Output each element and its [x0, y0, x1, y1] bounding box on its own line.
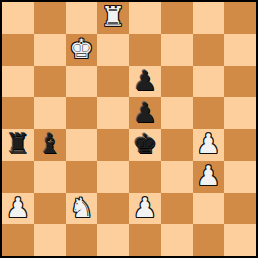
square-c3[interactable] [66, 161, 98, 193]
square-g6[interactable] [193, 66, 225, 98]
square-b3[interactable] [34, 161, 66, 193]
square-c8[interactable] [66, 2, 98, 34]
piece-black-bishop[interactable]: ♝ [38, 130, 62, 157]
chess-board: ♜♚♟♟♜♝♚♟♟♟♞♟ [2, 2, 256, 256]
square-f5[interactable] [161, 97, 193, 129]
square-a8[interactable] [2, 2, 34, 34]
square-h5[interactable] [224, 97, 256, 129]
square-b8[interactable] [34, 2, 66, 34]
square-h1[interactable] [224, 224, 256, 256]
square-e7[interactable] [129, 34, 161, 66]
square-c5[interactable] [66, 97, 98, 129]
square-c4[interactable] [66, 129, 98, 161]
square-b2[interactable] [34, 193, 66, 225]
square-f6[interactable] [161, 66, 193, 98]
square-c6[interactable] [66, 66, 98, 98]
square-e8[interactable] [129, 2, 161, 34]
square-d4[interactable] [97, 129, 129, 161]
piece-white-pawn[interactable]: ♟ [133, 194, 157, 221]
square-c2[interactable]: ♞ [66, 193, 98, 225]
square-h8[interactable] [224, 2, 256, 34]
square-d6[interactable] [97, 66, 129, 98]
square-f1[interactable] [161, 224, 193, 256]
square-a5[interactable] [2, 97, 34, 129]
square-h3[interactable] [224, 161, 256, 193]
square-h6[interactable] [224, 66, 256, 98]
square-c7[interactable]: ♚ [66, 34, 98, 66]
piece-white-pawn[interactable]: ♟ [196, 162, 220, 189]
square-f3[interactable] [161, 161, 193, 193]
square-g7[interactable] [193, 34, 225, 66]
square-a4[interactable]: ♜ [2, 129, 34, 161]
chess-board-frame: ♜♚♟♟♜♝♚♟♟♟♞♟ [0, 0, 258, 258]
square-b5[interactable] [34, 97, 66, 129]
piece-white-rook[interactable]: ♜ [101, 3, 125, 30]
square-h4[interactable] [224, 129, 256, 161]
square-g4[interactable]: ♟ [193, 129, 225, 161]
square-d8[interactable]: ♜ [97, 2, 129, 34]
square-b4[interactable]: ♝ [34, 129, 66, 161]
piece-white-king[interactable]: ♚ [69, 35, 93, 62]
square-b7[interactable] [34, 34, 66, 66]
square-a1[interactable] [2, 224, 34, 256]
square-h7[interactable] [224, 34, 256, 66]
square-g1[interactable] [193, 224, 225, 256]
square-e4[interactable]: ♚ [129, 129, 161, 161]
square-a2[interactable]: ♟ [2, 193, 34, 225]
square-g3[interactable]: ♟ [193, 161, 225, 193]
piece-white-knight[interactable]: ♞ [69, 194, 93, 221]
square-c1[interactable] [66, 224, 98, 256]
square-d1[interactable] [97, 224, 129, 256]
square-e6[interactable]: ♟ [129, 66, 161, 98]
square-d5[interactable] [97, 97, 129, 129]
piece-black-king[interactable]: ♚ [133, 130, 157, 157]
square-d3[interactable] [97, 161, 129, 193]
piece-black-pawn[interactable]: ♟ [133, 99, 157, 126]
piece-black-pawn[interactable]: ♟ [133, 67, 157, 94]
square-e3[interactable] [129, 161, 161, 193]
square-f4[interactable] [161, 129, 193, 161]
square-g8[interactable] [193, 2, 225, 34]
square-f7[interactable] [161, 34, 193, 66]
square-e2[interactable]: ♟ [129, 193, 161, 225]
square-a6[interactable] [2, 66, 34, 98]
square-f2[interactable] [161, 193, 193, 225]
square-d7[interactable] [97, 34, 129, 66]
square-f8[interactable] [161, 2, 193, 34]
square-e1[interactable] [129, 224, 161, 256]
square-e5[interactable]: ♟ [129, 97, 161, 129]
piece-black-rook[interactable]: ♜ [6, 130, 30, 157]
square-b1[interactable] [34, 224, 66, 256]
square-h2[interactable] [224, 193, 256, 225]
piece-white-pawn[interactable]: ♟ [6, 194, 30, 221]
square-g2[interactable] [193, 193, 225, 225]
square-g5[interactable] [193, 97, 225, 129]
square-d2[interactable] [97, 193, 129, 225]
square-a3[interactable] [2, 161, 34, 193]
square-a7[interactable] [2, 34, 34, 66]
piece-white-pawn[interactable]: ♟ [196, 130, 220, 157]
square-b6[interactable] [34, 66, 66, 98]
